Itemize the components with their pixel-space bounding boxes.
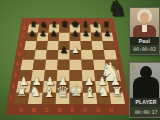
bottom-player-panel: ? PLAYER 00:00:17 [129,62,160,118]
piece-white-knight-b1[interactable]: ♞ [29,85,41,99]
piece-black-queen-d8[interactable]: ♛ [61,20,69,29]
piece-black-pawn-b7[interactable]: ♟ [39,30,46,37]
piece-black-pawn-e7[interactable]: ♟ [72,30,79,37]
piece-white-king-e1[interactable]: ♚ [69,83,83,99]
question-badge: ? [132,64,136,70]
paul-face [140,12,149,23]
top-player-name: Paul [130,37,159,45]
paul-cravat [142,25,147,32]
bottom-player-name: PLAYER [130,98,160,107]
piece-black-pawn-c7[interactable]: ♟ [50,30,57,37]
piece-white-bishop-c1[interactable]: ♝ [43,85,56,99]
bottom-player-timer: 00:00:17 [130,107,160,117]
piece-black-pawn-d5[interactable]: ♟ [60,46,68,55]
silhouette-shoulders [133,77,159,98]
piece-black-pawn-a7[interactable]: ♟ [29,30,36,37]
piece-white-rook-a1[interactable]: ♜ [16,86,27,99]
piece-black-knight-b8[interactable]: ♞ [40,21,47,29]
piece-white-bishop-f1[interactable]: ♝ [84,85,97,99]
paul-portrait [130,8,159,37]
piece-black-bishop-c8[interactable]: ♝ [51,21,58,29]
chess-game-screen: ABCDEFGH12345678 ♜♞♝♛♚♝♞♜♟♟♟♟♟♟♟♟♟♟♟♟♟♟♟… [0,0,160,120]
piece-black-knight-g8[interactable]: ♞ [92,21,99,29]
piece-black-pawn-f7[interactable]: ♟ [83,30,90,37]
piece-black-pawn-g7[interactable]: ♟ [93,30,100,37]
piece-white-rook-h1[interactable]: ♜ [112,86,123,99]
piece-black-pawn-h7[interactable]: ♟ [104,30,111,37]
piece-black-bishop-f8[interactable]: ♝ [82,21,89,29]
top-player-timer: 00:00:02 [130,45,159,54]
piece-white-knight-g1[interactable]: ♞ [97,85,109,99]
top-player-panel: Paul 00:00:02 [129,7,160,55]
black-knight-indicator-icon: ♞ [107,0,127,20]
piece-white-queen-d1[interactable]: ♛ [56,84,70,99]
player-silhouette-portrait: ? [130,63,160,98]
piece-black-king-e8[interactable]: ♚ [71,20,79,29]
piece-white-pawn-e5[interactable]: ♟ [72,46,80,55]
